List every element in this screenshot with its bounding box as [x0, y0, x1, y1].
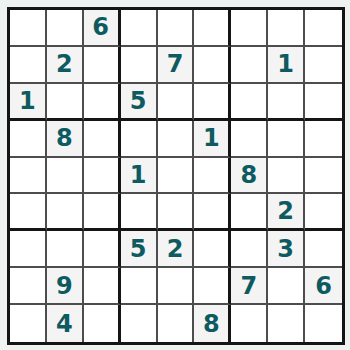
sudoku-cell-r3c8[interactable]	[268, 84, 305, 121]
sudoku-cell-r5c1[interactable]	[10, 158, 47, 195]
sudoku-cell-r9c8[interactable]	[268, 305, 305, 342]
sudoku-cell-r1c2[interactable]	[47, 10, 84, 47]
sudoku-cell-r1c4[interactable]	[121, 10, 158, 47]
sudoku-cell-r8c4[interactable]	[121, 268, 158, 305]
sudoku-cell-r4c3[interactable]	[84, 121, 121, 158]
sudoku-cell-r2c2: 2	[47, 47, 84, 84]
sudoku-cell-r6c6[interactable]	[194, 194, 231, 231]
sudoku-cell-r4c4[interactable]	[121, 121, 158, 158]
sudoku-cell-r3c3[interactable]	[84, 84, 121, 121]
sudoku-cell-r7c8: 3	[268, 231, 305, 268]
sudoku-cell-r4c7[interactable]	[231, 121, 268, 158]
sudoku-cell-r5c7: 8	[231, 158, 268, 195]
sudoku-cell-r9c2: 4	[47, 305, 84, 342]
sudoku-cell-r2c8: 1	[268, 47, 305, 84]
sudoku-cell-r1c6[interactable]	[194, 10, 231, 47]
sudoku-cell-r1c8[interactable]	[268, 10, 305, 47]
sudoku-cell-r5c3[interactable]	[84, 158, 121, 195]
sudoku-cell-r6c5[interactable]	[158, 194, 195, 231]
sudoku-cell-r5c2[interactable]	[47, 158, 84, 195]
sudoku-cell-r9c3[interactable]	[84, 305, 121, 342]
sudoku-cell-r7c7[interactable]	[231, 231, 268, 268]
sudoku-cell-r7c3[interactable]	[84, 231, 121, 268]
sudoku-cell-r4c9[interactable]	[305, 121, 342, 158]
sudoku-cell-r2c4[interactable]	[121, 47, 158, 84]
sudoku-cell-r6c4[interactable]	[121, 194, 158, 231]
sudoku-cell-r8c9: 6	[305, 268, 342, 305]
sudoku-board: 6271158118252397648	[7, 7, 345, 345]
sudoku-cell-r5c9[interactable]	[305, 158, 342, 195]
sudoku-cell-r6c3[interactable]	[84, 194, 121, 231]
sudoku-cell-r3c2[interactable]	[47, 84, 84, 121]
sudoku-cell-r4c5[interactable]	[158, 121, 195, 158]
sudoku-cell-r5c6[interactable]	[194, 158, 231, 195]
sudoku-cell-r4c8[interactable]	[268, 121, 305, 158]
sudoku-cell-r7c6[interactable]	[194, 231, 231, 268]
sudoku-cell-r8c7: 7	[231, 268, 268, 305]
sudoku-cell-r3c6[interactable]	[194, 84, 231, 121]
sudoku-cell-r3c7[interactable]	[231, 84, 268, 121]
sudoku-cell-r6c8: 2	[268, 194, 305, 231]
sudoku-cell-r7c9[interactable]	[305, 231, 342, 268]
sudoku-cell-r6c9[interactable]	[305, 194, 342, 231]
sudoku-cell-r6c7[interactable]	[231, 194, 268, 231]
sudoku-cell-r6c2[interactable]	[47, 194, 84, 231]
sudoku-cell-r5c5[interactable]	[158, 158, 195, 195]
sudoku-cell-r3c5[interactable]	[158, 84, 195, 121]
sudoku-cell-r9c5[interactable]	[158, 305, 195, 342]
sudoku-cell-r2c6[interactable]	[194, 47, 231, 84]
sudoku-cell-r4c1[interactable]	[10, 121, 47, 158]
sudoku-cell-r2c3[interactable]	[84, 47, 121, 84]
sudoku-cell-r1c3: 6	[84, 10, 121, 47]
sudoku-cell-r8c5[interactable]	[158, 268, 195, 305]
sudoku-cell-r2c7[interactable]	[231, 47, 268, 84]
sudoku-cell-r6c1[interactable]	[10, 194, 47, 231]
sudoku-cell-r7c1[interactable]	[10, 231, 47, 268]
sudoku-cell-r1c7[interactable]	[231, 10, 268, 47]
sudoku-cell-r9c6: 8	[194, 305, 231, 342]
sudoku-cell-r3c9[interactable]	[305, 84, 342, 121]
sudoku-cell-r1c9[interactable]	[305, 10, 342, 47]
sudoku-cell-r2c5: 7	[158, 47, 195, 84]
sudoku-cell-r8c2: 9	[47, 268, 84, 305]
sudoku-cell-r1c1[interactable]	[10, 10, 47, 47]
sudoku-cell-r9c7[interactable]	[231, 305, 268, 342]
sudoku-cell-r5c8[interactable]	[268, 158, 305, 195]
sudoku-cell-r8c3[interactable]	[84, 268, 121, 305]
sudoku-cell-r1c5[interactable]	[158, 10, 195, 47]
sudoku-cell-r2c1[interactable]	[10, 47, 47, 84]
sudoku-cell-r9c9[interactable]	[305, 305, 342, 342]
sudoku-cell-r7c4: 5	[121, 231, 158, 268]
sudoku-cell-r7c5: 2	[158, 231, 195, 268]
sudoku-cell-r9c4[interactable]	[121, 305, 158, 342]
sudoku-cell-r9c1[interactable]	[10, 305, 47, 342]
sudoku-cell-r8c6[interactable]	[194, 268, 231, 305]
sudoku-cell-r4c2: 8	[47, 121, 84, 158]
sudoku-cell-r4c6: 1	[194, 121, 231, 158]
sudoku-cell-r2c9[interactable]	[305, 47, 342, 84]
sudoku-cell-r5c4: 1	[121, 158, 158, 195]
sudoku-cell-r7c2[interactable]	[47, 231, 84, 268]
sudoku-cell-r8c8[interactable]	[268, 268, 305, 305]
sudoku-cell-r3c1: 1	[10, 84, 47, 121]
sudoku-cell-r3c4: 5	[121, 84, 158, 121]
sudoku-cell-r8c1[interactable]	[10, 268, 47, 305]
